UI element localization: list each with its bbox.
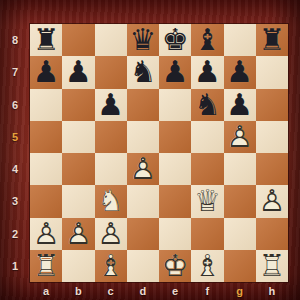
square-h7[interactable] — [256, 56, 288, 88]
square-h3[interactable]: ♟♙ — [256, 185, 288, 217]
square-g6[interactable]: ♟ — [224, 89, 256, 121]
square-h1[interactable]: ♜♖ — [256, 250, 288, 282]
square-e1[interactable]: ♚♔ — [159, 250, 191, 282]
square-e5[interactable] — [159, 121, 191, 153]
rank-label-6: 6 — [0, 89, 30, 121]
square-d2[interactable] — [127, 218, 159, 250]
square-b3[interactable] — [62, 185, 94, 217]
square-d6[interactable] — [127, 89, 159, 121]
square-f6[interactable]: ♞ — [191, 89, 223, 121]
square-d7[interactable]: ♞ — [127, 56, 159, 88]
square-g4[interactable] — [224, 153, 256, 185]
square-f1[interactable]: ♝♗ — [191, 250, 223, 282]
square-b1[interactable] — [62, 250, 94, 282]
chess-board: ♜♛♚♝♜♟♟♞♟♟♟♟♞♟♟♙♟♙♞♘♛♕♟♙♟♙♟♙♟♙♜♖♝♗♚♔♝♗♜♖ — [30, 24, 288, 282]
square-e8[interactable]: ♚ — [159, 24, 191, 56]
square-b8[interactable] — [62, 24, 94, 56]
rank-label-2: 2 — [0, 218, 30, 250]
square-g3[interactable] — [224, 185, 256, 217]
square-f5[interactable] — [191, 121, 223, 153]
square-a1[interactable]: ♜♖ — [30, 250, 62, 282]
file-label-h: h — [256, 282, 288, 300]
square-c1[interactable]: ♝♗ — [95, 250, 127, 282]
square-a4[interactable] — [30, 153, 62, 185]
square-d4[interactable]: ♟♙ — [127, 153, 159, 185]
square-b2[interactable]: ♟♙ — [62, 218, 94, 250]
rank-label-7: 7 — [0, 56, 30, 88]
square-a5[interactable] — [30, 121, 62, 153]
square-g8[interactable] — [224, 24, 256, 56]
square-e4[interactable] — [159, 153, 191, 185]
file-label-e: e — [159, 282, 191, 300]
square-g5[interactable]: ♟♙ — [224, 121, 256, 153]
square-e7[interactable]: ♟ — [159, 56, 191, 88]
file-label-d: d — [127, 282, 159, 300]
rank-label-1: 1 — [0, 250, 30, 282]
rank-label-3: 3 — [0, 185, 30, 217]
square-b7[interactable]: ♟ — [62, 56, 94, 88]
square-e6[interactable] — [159, 89, 191, 121]
square-a8[interactable]: ♜ — [30, 24, 62, 56]
square-b5[interactable] — [62, 121, 94, 153]
square-h5[interactable] — [256, 121, 288, 153]
square-a7[interactable]: ♟ — [30, 56, 62, 88]
square-e2[interactable] — [159, 218, 191, 250]
file-labels: abcdefgh — [30, 282, 288, 300]
square-d3[interactable] — [127, 185, 159, 217]
rank-label-8: 8 — [0, 24, 30, 56]
file-label-c: c — [95, 282, 127, 300]
square-b4[interactable] — [62, 153, 94, 185]
rank-label-5: 5 — [0, 121, 30, 153]
square-h8[interactable]: ♜ — [256, 24, 288, 56]
square-b6[interactable] — [62, 89, 94, 121]
file-label-f: f — [191, 282, 223, 300]
square-c8[interactable] — [95, 24, 127, 56]
square-d1[interactable] — [127, 250, 159, 282]
square-f4[interactable] — [191, 153, 223, 185]
square-c5[interactable] — [95, 121, 127, 153]
file-label-g: g — [224, 282, 256, 300]
square-e3[interactable] — [159, 185, 191, 217]
file-label-a: a — [30, 282, 62, 300]
board-frame: 87654321 ♜♛♚♝♜♟♟♞♟♟♟♟♞♟♟♙♟♙♞♘♛♕♟♙♟♙♟♙♟♙♜… — [0, 0, 300, 300]
square-g7[interactable]: ♟ — [224, 56, 256, 88]
square-a3[interactable] — [30, 185, 62, 217]
square-f7[interactable]: ♟ — [191, 56, 223, 88]
square-c3[interactable]: ♞♘ — [95, 185, 127, 217]
file-label-b: b — [62, 282, 94, 300]
square-f8[interactable]: ♝ — [191, 24, 223, 56]
square-h2[interactable] — [256, 218, 288, 250]
square-c4[interactable] — [95, 153, 127, 185]
square-c2[interactable]: ♟♙ — [95, 218, 127, 250]
square-c6[interactable]: ♟ — [95, 89, 127, 121]
square-d5[interactable] — [127, 121, 159, 153]
rank-label-4: 4 — [0, 153, 30, 185]
square-h4[interactable] — [256, 153, 288, 185]
square-f3[interactable]: ♛♕ — [191, 185, 223, 217]
square-d8[interactable]: ♛ — [127, 24, 159, 56]
rank-labels: 87654321 — [0, 24, 30, 282]
square-g2[interactable] — [224, 218, 256, 250]
square-a2[interactable]: ♟♙ — [30, 218, 62, 250]
square-g1[interactable] — [224, 250, 256, 282]
square-a6[interactable] — [30, 89, 62, 121]
square-h6[interactable] — [256, 89, 288, 121]
square-c7[interactable] — [95, 56, 127, 88]
square-f2[interactable] — [191, 218, 223, 250]
